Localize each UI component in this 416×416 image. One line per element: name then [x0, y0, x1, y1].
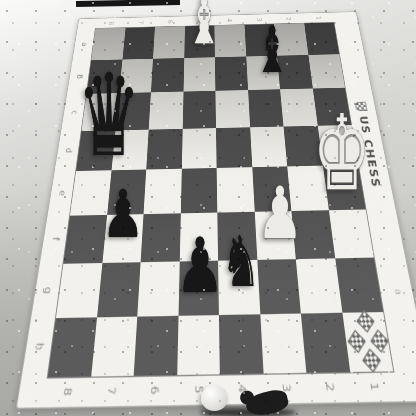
coordinate-label-1: 1	[315, 16, 322, 20]
background-dark-strip	[76, 0, 180, 7]
square-h7[interactable]	[91, 316, 138, 377]
coordinate-label-6: 6	[167, 20, 173, 24]
coordinate-label-6: 6	[149, 386, 160, 395]
square-d5[interactable]	[181, 128, 216, 169]
black-pawn-f7[interactable]: ♟	[123, 243, 182, 309]
square-c6[interactable]	[149, 92, 183, 130]
coordinate-label-h: h	[34, 343, 45, 351]
coordinate-label-7: 7	[137, 21, 144, 25]
square-a1[interactable]	[304, 23, 339, 55]
square-h1[interactable]	[342, 311, 393, 372]
white-king-e1[interactable]: ♚	[342, 197, 416, 301]
coordinate-label-4: 4	[226, 18, 232, 22]
coordinate-label-e: e	[58, 190, 67, 196]
coordinate-label-a: a	[80, 42, 88, 46]
coordinate-label-f: f	[51, 237, 60, 241]
coordinate-label-g: g	[43, 287, 53, 294]
square-b6[interactable]	[151, 58, 184, 93]
square-h8[interactable]	[48, 317, 97, 378]
coordinate-label-2: 2	[324, 383, 335, 392]
white-bishop-a5[interactable]: ♝	[204, 48, 261, 112]
coordinate-label-1: 1	[368, 382, 380, 391]
fallen-white-piece	[201, 385, 228, 411]
square-d4[interactable]	[216, 127, 252, 168]
square-a6[interactable]	[153, 26, 185, 58]
white-pawn-f3[interactable]: ♟	[280, 243, 345, 315]
chess-board-photo: abcdefgh8765432187654321a US CHESS ♛♟♝♟♞…	[0, 0, 416, 416]
coordinate-label-8: 8	[62, 387, 73, 396]
square-e4[interactable]	[217, 167, 255, 212]
coordinate-label-8: 8	[108, 21, 115, 25]
square-h6[interactable]	[134, 315, 178, 376]
square-f8[interactable]	[63, 214, 106, 263]
coordinate-label-7: 7	[106, 387, 117, 396]
square-g8[interactable]	[56, 263, 102, 318]
coordinate-label-d: d	[64, 148, 73, 154]
